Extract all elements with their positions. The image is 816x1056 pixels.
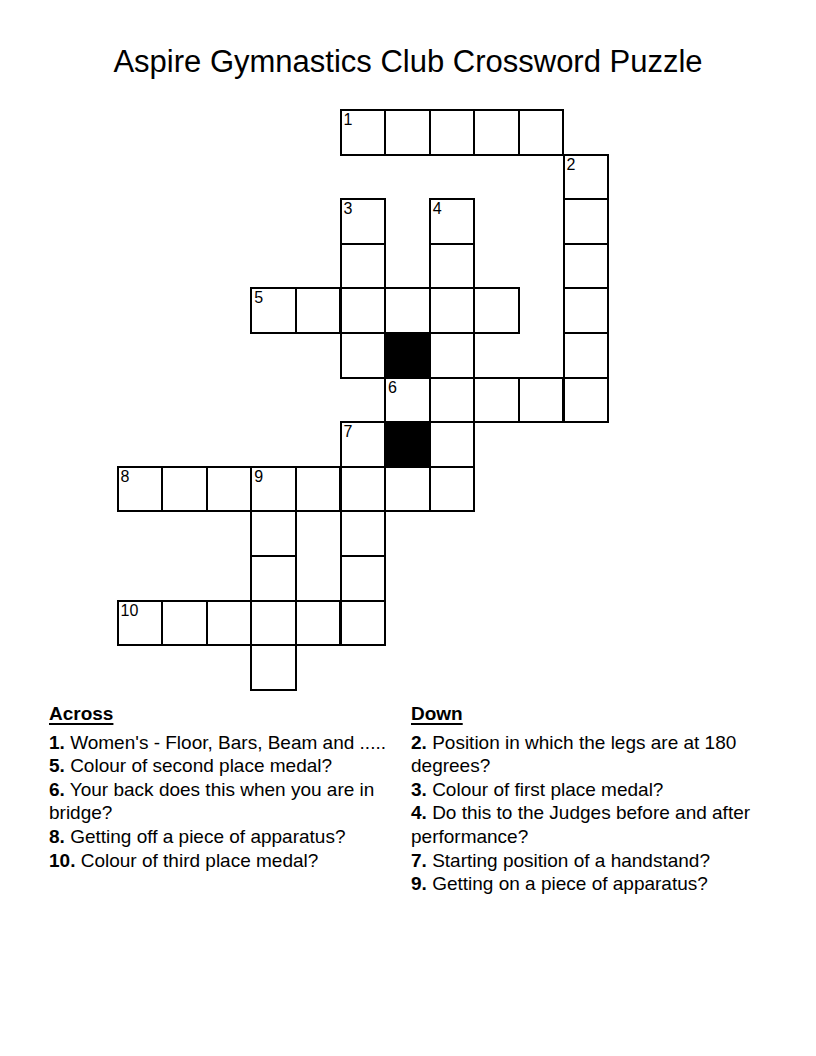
clue-text: Position in which the legs are at 180 de… [411, 732, 736, 777]
grid-cell-r4c6[interactable] [384, 287, 431, 334]
clue-number: 10. [49, 850, 75, 871]
clue-text: Women's - Floor, Bars, Beam and ..... [65, 732, 386, 753]
grid-cell-r11c0[interactable]: 10 [117, 600, 164, 647]
clue-text: Getting on a piece of apparatus? [427, 873, 708, 894]
across-clue-1: 1. Women's - Floor, Bars, Beam and ..... [49, 731, 387, 755]
grid-cell-r10c3[interactable] [250, 555, 297, 602]
grid-cell-r11c4[interactable] [295, 600, 342, 647]
grid-cell-r7c7[interactable] [429, 421, 476, 468]
across-clue-8: 8. Getting off a piece of apparatus? [49, 825, 387, 849]
clue-number: 6. [49, 779, 65, 800]
grid-cell-r11c3[interactable] [250, 600, 297, 647]
clue-text: Colour of first place medal? [427, 779, 664, 800]
cell-number-7: 7 [344, 423, 353, 441]
down-clue-7: 7. Starting position of a handstand? [411, 849, 753, 873]
clue-text: Colour of third place medal? [75, 850, 318, 871]
down-clues-section: Down 2. Position in which the legs are a… [411, 702, 753, 896]
across-clue-10: 10. Colour of third place medal? [49, 849, 387, 873]
grid-cell-r6c6[interactable]: 6 [384, 377, 431, 424]
grid-cell-r2c5[interactable]: 3 [340, 198, 387, 245]
clue-number: 2. [411, 732, 427, 753]
clue-number: 3. [411, 779, 427, 800]
grid-cell-r11c2[interactable] [206, 600, 253, 647]
down-clue-3: 3. Colour of first place medal? [411, 778, 753, 802]
grid-cell-r12c3[interactable] [250, 644, 297, 691]
grid-cell-r2c7[interactable]: 4 [429, 198, 476, 245]
grid-cell-r4c7[interactable] [429, 287, 476, 334]
cell-number-6: 6 [388, 379, 397, 397]
across-clue-6: 6. Your back does this when you are in b… [49, 778, 387, 825]
grid-cell-r3c5[interactable] [340, 243, 387, 290]
cell-number-1: 1 [344, 111, 353, 129]
across-heading: Across [49, 702, 387, 726]
cell-number-5: 5 [254, 289, 263, 307]
grid-cell-r11c5[interactable] [340, 600, 387, 647]
clue-number: 9. [411, 873, 427, 894]
cell-number-4: 4 [433, 200, 442, 218]
grid-cell-r3c7[interactable] [429, 243, 476, 290]
grid-cell-r8c7[interactable] [429, 466, 476, 513]
down-clue-4: 4. Do this to the Judges before and afte… [411, 801, 753, 848]
clue-text: Starting position of a handstand? [427, 850, 710, 871]
grid-cell-r6c8[interactable] [473, 377, 520, 424]
black-cell-r5c6 [384, 332, 431, 379]
grid-cell-r9c5[interactable] [340, 510, 387, 557]
grid-cell-r0c7[interactable] [429, 109, 476, 156]
grid-cell-r0c9[interactable] [518, 109, 565, 156]
grid-cell-r5c5[interactable] [340, 332, 387, 379]
crossword-grid: 12345678910 [0, 0, 816, 700]
grid-cell-r1c10[interactable]: 2 [563, 154, 610, 201]
grid-cell-r0c5[interactable]: 1 [340, 109, 387, 156]
grid-cell-r6c9[interactable] [518, 377, 565, 424]
grid-cell-r11c1[interactable] [161, 600, 208, 647]
grid-cell-r6c10[interactable] [563, 377, 610, 424]
down-heading: Down [411, 702, 753, 726]
clue-number: 8. [49, 826, 65, 847]
grid-cell-r6c7[interactable] [429, 377, 476, 424]
grid-cell-r8c2[interactable] [206, 466, 253, 513]
across-clues-list: 1. Women's - Floor, Bars, Beam and .....… [49, 731, 387, 873]
crossword-page: Aspire Gymnastics Club Crossword Puzzle … [0, 0, 816, 1056]
down-clues-list: 2. Position in which the legs are at 180… [411, 731, 753, 896]
clue-text: Do this to the Judges before and after p… [411, 802, 750, 847]
grid-cell-r10c5[interactable] [340, 555, 387, 602]
grid-cell-r0c6[interactable] [384, 109, 431, 156]
clue-text: Getting off a piece of apparatus? [65, 826, 346, 847]
grid-cell-r0c8[interactable] [473, 109, 520, 156]
cell-number-2: 2 [567, 156, 576, 174]
cell-number-3: 3 [344, 200, 353, 218]
down-clue-2: 2. Position in which the legs are at 180… [411, 731, 753, 778]
grid-cell-r8c4[interactable] [295, 466, 342, 513]
grid-cell-r8c0[interactable]: 8 [117, 466, 164, 513]
grid-cell-r4c3[interactable]: 5 [250, 287, 297, 334]
clue-number: 1. [49, 732, 65, 753]
grid-cell-r7c5[interactable]: 7 [340, 421, 387, 468]
grid-cell-r8c3[interactable]: 9 [250, 466, 297, 513]
grid-cell-r4c10[interactable] [563, 287, 610, 334]
clue-number: 4. [411, 802, 427, 823]
grid-cell-r4c8[interactable] [473, 287, 520, 334]
grid-cell-r4c4[interactable] [295, 287, 342, 334]
grid-cell-r8c1[interactable] [161, 466, 208, 513]
cell-number-8: 8 [121, 468, 130, 486]
across-clue-5: 5. Colour of second place medal? [49, 754, 387, 778]
down-clue-9: 9. Getting on a piece of apparatus? [411, 872, 753, 896]
grid-cell-r8c5[interactable] [340, 466, 387, 513]
clue-number: 5. [49, 755, 65, 776]
cell-number-9: 9 [254, 468, 263, 486]
grid-cell-r8c6[interactable] [384, 466, 431, 513]
grid-cell-r4c5[interactable] [340, 287, 387, 334]
across-clues-section: Across 1. Women's - Floor, Bars, Beam an… [49, 702, 387, 872]
grid-cell-r2c10[interactable] [563, 198, 610, 245]
cell-number-10: 10 [121, 602, 139, 620]
grid-cell-r9c3[interactable] [250, 510, 297, 557]
clue-text: Your back does this when you are in brid… [49, 779, 374, 824]
grid-cell-r5c7[interactable] [429, 332, 476, 379]
clue-number: 7. [411, 850, 427, 871]
grid-cell-r3c10[interactable] [563, 243, 610, 290]
black-cell-r7c6 [384, 421, 431, 468]
grid-cell-r5c10[interactable] [563, 332, 610, 379]
clue-text: Colour of second place medal? [65, 755, 332, 776]
